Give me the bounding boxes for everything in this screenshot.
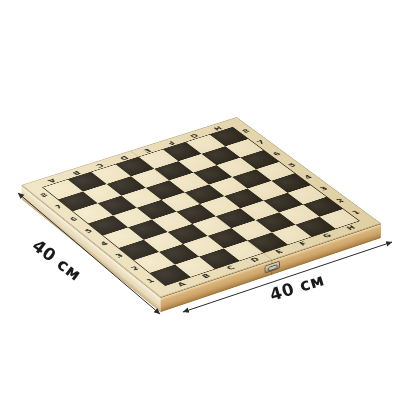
square-a1 (150, 265, 190, 286)
square-b2 (159, 244, 199, 264)
square-a6 (73, 203, 112, 223)
square-d3 (192, 216, 232, 236)
square-h1 (319, 209, 359, 229)
square-g1 (295, 217, 335, 237)
square-d1 (223, 240, 263, 260)
square-a2 (134, 252, 174, 273)
square-c3 (167, 224, 207, 244)
square-d2 (207, 228, 247, 248)
square-b5 (112, 208, 152, 228)
square-f1 (271, 224, 311, 244)
square-c2 (183, 236, 223, 256)
square-b3 (143, 232, 183, 252)
rank-label-right: 1 (343, 205, 370, 221)
square-c4 (152, 212, 192, 232)
square-c1 (199, 248, 239, 269)
square-e2 (231, 220, 271, 240)
square-a4 (103, 227, 143, 247)
product-photo: ABCDEFGH ABCDEFGH 87654321 87654321 40 с… (0, 0, 400, 400)
metal-clasp (265, 261, 280, 274)
square-b1 (174, 256, 214, 277)
square-e3 (216, 208, 256, 228)
square-a3 (119, 240, 159, 260)
square-g2 (279, 205, 319, 225)
square-d4 (176, 204, 216, 224)
square-b4 (128, 220, 168, 240)
square-a5 (88, 215, 128, 235)
square-f2 (255, 212, 295, 232)
square-e1 (247, 232, 287, 252)
